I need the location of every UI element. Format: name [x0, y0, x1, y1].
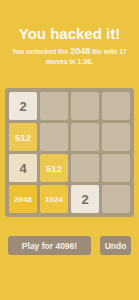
tile-4: 4	[9, 154, 37, 182]
empty-cell	[102, 185, 130, 213]
empty-cell	[71, 154, 99, 182]
tile-2: 2	[9, 92, 37, 120]
win-title: You hacked it!	[0, 25, 139, 42]
play-again-button[interactable]: Play for 4096!	[8, 236, 91, 255]
subtitle-prefix: You unlocked the	[12, 48, 70, 55]
empty-cell	[40, 123, 68, 151]
button-row: Play for 4096! Undo	[8, 236, 131, 255]
empty-cell	[102, 92, 130, 120]
board: 25124512204810242	[5, 88, 134, 217]
tile-512: 512	[40, 154, 68, 182]
empty-cell	[102, 123, 130, 151]
win-subtitle: You unlocked the 2048 tile with 17 moves…	[6, 46, 133, 67]
empty-cell	[71, 123, 99, 151]
win-screen: You hacked it! You unlocked the 2048 til…	[0, 0, 139, 300]
tile-1024: 1024	[40, 185, 68, 213]
tile-2048: 2048	[9, 185, 37, 213]
empty-cell	[40, 92, 68, 120]
tile-2: 2	[71, 185, 99, 213]
undo-button[interactable]: Undo	[100, 236, 131, 255]
subtitle-tile-number: 2048	[70, 46, 90, 56]
tile-512: 512	[9, 123, 37, 151]
empty-cell	[71, 92, 99, 120]
empty-cell	[102, 154, 130, 182]
